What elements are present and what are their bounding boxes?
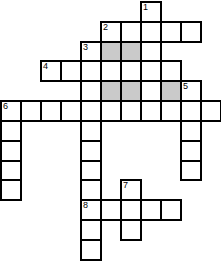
crossword-cell[interactable] (121, 220, 141, 240)
crossword-cell[interactable] (121, 22, 141, 42)
crossword-cell[interactable] (121, 61, 141, 81)
clue-number: 4 (43, 62, 48, 71)
crossword-board: 12345678 (1, 2, 221, 260)
shaded-cell (101, 42, 121, 62)
crossword-cell[interactable] (141, 61, 161, 81)
crossword-cell[interactable] (101, 200, 121, 220)
clue-number: 2 (103, 23, 108, 32)
crossword-cell[interactable] (81, 81, 101, 101)
crossword-cell[interactable] (21, 101, 41, 121)
crossword-cell[interactable] (121, 101, 141, 121)
crossword-cell[interactable] (81, 141, 101, 161)
crossword-cell[interactable] (141, 81, 161, 101)
crossword-cell[interactable] (61, 101, 81, 121)
shaded-cell (121, 42, 141, 62)
crossword-cell[interactable] (81, 180, 101, 200)
crossword-cell[interactable] (141, 22, 161, 42)
crossword-cell[interactable] (181, 121, 201, 141)
clue-number: 3 (83, 43, 88, 52)
crossword-cell[interactable] (81, 161, 101, 181)
crossword-cell[interactable]: 7 (121, 180, 141, 200)
crossword-cell[interactable] (181, 161, 201, 181)
crossword-cell[interactable] (101, 61, 121, 81)
shaded-cell (101, 81, 121, 101)
crossword-cell[interactable] (181, 141, 201, 161)
clue-number: 1 (143, 3, 148, 12)
crossword-cell[interactable] (101, 101, 121, 121)
crossword-cell[interactable] (1, 161, 21, 181)
crossword-cell[interactable]: 2 (101, 22, 121, 42)
crossword-cell[interactable] (1, 141, 21, 161)
crossword-cell[interactable] (81, 121, 101, 141)
crossword-cell[interactable] (161, 101, 181, 121)
clue-number: 6 (3, 102, 8, 111)
crossword-cell[interactable] (1, 121, 21, 141)
crossword-cell[interactable] (161, 200, 181, 220)
shaded-cell (121, 81, 141, 101)
shaded-cell (161, 81, 181, 101)
crossword-cell[interactable]: 6 (1, 101, 21, 121)
crossword-cell[interactable] (81, 220, 101, 240)
crossword-cell[interactable] (81, 240, 101, 260)
crossword-cell[interactable] (161, 22, 181, 42)
crossword-cell[interactable]: 4 (41, 61, 61, 81)
crossword-cell[interactable] (81, 61, 101, 81)
crossword-cell[interactable] (161, 61, 181, 81)
clue-number: 5 (183, 82, 188, 91)
crossword-cell[interactable] (81, 101, 101, 121)
crossword-cell[interactable] (181, 22, 201, 42)
crossword-cell[interactable] (181, 101, 201, 121)
crossword-cell[interactable] (61, 61, 81, 81)
crossword-cell[interactable] (141, 101, 161, 121)
crossword-cell[interactable] (41, 101, 61, 121)
crossword-cell[interactable]: 3 (81, 42, 101, 62)
crossword-cell[interactable]: 8 (81, 200, 101, 220)
crossword-cell[interactable] (141, 200, 161, 220)
crossword-cell[interactable]: 1 (141, 2, 161, 22)
crossword-cell[interactable] (201, 101, 221, 121)
crossword-cell[interactable] (141, 42, 161, 62)
crossword-cell[interactable] (1, 180, 21, 200)
clue-number: 7 (123, 181, 128, 190)
crossword-cell[interactable]: 5 (181, 81, 201, 101)
clue-number: 8 (83, 201, 88, 210)
crossword-cell[interactable] (121, 200, 141, 220)
